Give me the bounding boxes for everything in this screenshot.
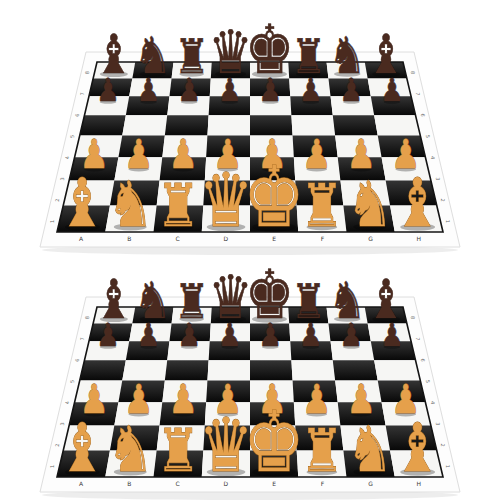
piece-h7-dark-pawn: ♟: [380, 72, 404, 109]
piece-e1-light-king: ♚: [243, 148, 305, 245]
chess-scene-svg: ABCDEFGH1122334455667788♝♞♜♛♚♜♞♝♟♟♟♟♟♟♟♟…: [0, 0, 500, 500]
rank-label-6-left: 6: [74, 114, 80, 117]
piece-h7-dark-pawn: ♟: [380, 317, 404, 354]
piece-e1-light-king: ♚: [243, 393, 305, 490]
rank-label-6-left: 6: [74, 359, 80, 362]
rank-label-1-left: 1: [49, 465, 55, 468]
rank-label-1-left: 1: [49, 220, 55, 223]
piece-b7-dark-pawn: ♟: [137, 72, 161, 109]
piece-a7-dark-pawn: ♟: [96, 317, 120, 354]
rank-label-7-left: 7: [79, 337, 85, 340]
product-photo: ABCDEFGH1122334455667788♝♞♜♛♚♜♞♝♟♟♟♟♟♟♟♟…: [0, 0, 500, 500]
piece-d7-dark-pawn: ♟: [218, 317, 242, 354]
piece-a1-light-bishop: ♝: [58, 409, 107, 487]
rank-label-8-left: 8: [84, 316, 90, 319]
rank-label-1-right: 1: [445, 220, 451, 223]
piece-b1-light-knight: ♞: [107, 167, 153, 241]
rank-label-5-left: 5: [69, 380, 75, 383]
rank-label-4-left: 4: [64, 401, 70, 404]
piece-c1-light-rook: ♜: [156, 171, 199, 240]
piece-g1-light-knight: ♞: [347, 412, 393, 486]
piece-c1-light-rook: ♜: [156, 416, 199, 485]
piece-f1-light-rook: ♜: [300, 171, 343, 240]
piece-f7-dark-pawn: ♟: [299, 72, 323, 109]
rank-label-4-left: 4: [64, 156, 70, 159]
piece-c7-dark-pawn: ♟: [177, 317, 201, 354]
rank-label-8-right: 8: [410, 316, 416, 319]
piece-f7-dark-pawn: ♟: [299, 317, 323, 354]
piece-f1-light-rook: ♜: [300, 416, 343, 485]
rank-label-5-left: 5: [69, 135, 75, 138]
rank-label-7-left: 7: [79, 92, 85, 95]
rank-label-4-right: 4: [430, 401, 436, 404]
rank-label-7-right: 7: [415, 92, 421, 95]
piece-b7-dark-pawn: ♟: [137, 317, 161, 354]
piece-e7-dark-pawn: ♟: [259, 72, 283, 109]
rank-label-4-right: 4: [430, 156, 436, 159]
piece-a7-dark-pawn: ♟: [96, 72, 120, 109]
board-top: ABCDEFGH1122334455667788♝♞♜♛♚♜♞♝♟♟♟♟♟♟♟♟…: [40, 11, 460, 255]
rank-label-6-right: 6: [420, 359, 426, 362]
piece-g7-dark-pawn: ♟: [340, 72, 364, 109]
rank-label-5-right: 5: [425, 135, 431, 138]
rank-label-8-right: 8: [410, 71, 416, 74]
rank-label-8-left: 8: [84, 71, 90, 74]
piece-a1-light-bishop: ♝: [58, 164, 107, 242]
rank-label-7-right: 7: [415, 337, 421, 340]
piece-c7-dark-pawn: ♟: [177, 72, 201, 109]
rank-label-5-right: 5: [425, 380, 431, 383]
piece-e7-dark-pawn: ♟: [259, 317, 283, 354]
piece-g1-light-knight: ♞: [347, 167, 393, 241]
piece-h1-light-bishop: ♝: [393, 164, 442, 242]
piece-h1-light-bishop: ♝: [393, 409, 442, 487]
piece-g7-dark-pawn: ♟: [340, 317, 364, 354]
rank-label-1-right: 1: [445, 465, 451, 468]
rank-label-6-right: 6: [420, 114, 426, 117]
piece-d7-dark-pawn: ♟: [218, 72, 242, 109]
board-bottom: ABCDEFGH1122334455667788♝♞♜♛♚♜♞♝♟♟♟♟♟♟♟♟…: [40, 256, 460, 500]
piece-b1-light-knight: ♞: [107, 412, 153, 486]
